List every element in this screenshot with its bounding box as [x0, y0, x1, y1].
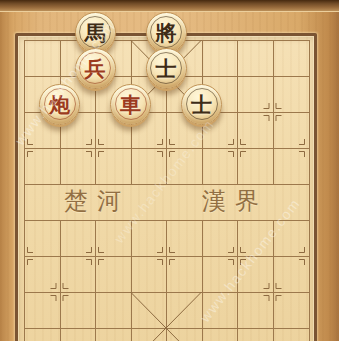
red-cannon[interactable]: 炮: [39, 84, 80, 125]
black-advisor[interactable]: 士: [146, 48, 187, 89]
xiangqi-screen: 楚河 漢界 馬將兵士炮車士 www.hackhome.com www.hackh…: [0, 0, 339, 341]
black-general[interactable]: 將: [146, 12, 187, 53]
black-horse[interactable]: 馬: [75, 12, 116, 53]
red-soldier[interactable]: 兵: [75, 48, 116, 89]
black-advisor[interactable]: 士: [181, 84, 222, 125]
pieces-layer: 馬將兵士炮車士: [0, 0, 339, 341]
red-chariot[interactable]: 車: [110, 84, 151, 125]
